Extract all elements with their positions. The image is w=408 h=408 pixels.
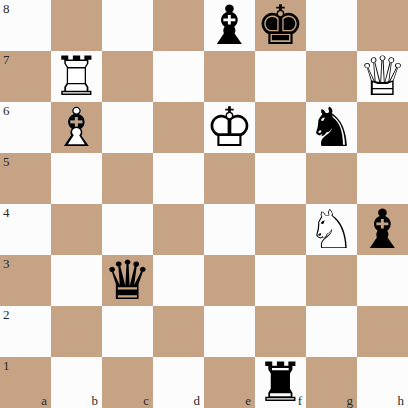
rank-label-4: 4 bbox=[3, 206, 10, 219]
square-c1[interactable]: c bbox=[102, 357, 153, 408]
piece-black-queen[interactable]: ♛ bbox=[102, 255, 153, 306]
square-a8[interactable]: 8 bbox=[0, 0, 51, 51]
square-g7[interactable] bbox=[306, 51, 357, 102]
file-label-b: b bbox=[92, 394, 99, 407]
square-c8[interactable] bbox=[102, 0, 153, 51]
square-a5[interactable]: 5 bbox=[0, 153, 51, 204]
piece-black-knight[interactable]: ♞ bbox=[306, 102, 357, 153]
piece-outline-layer: ♕ bbox=[357, 51, 408, 102]
square-g6[interactable]: ♞ bbox=[306, 102, 357, 153]
square-f8[interactable]: ♚ bbox=[255, 0, 306, 51]
square-f3[interactable] bbox=[255, 255, 306, 306]
piece-fill-layer: ♛ bbox=[102, 255, 153, 306]
square-c6[interactable] bbox=[102, 102, 153, 153]
square-g4[interactable]: ♞♘ bbox=[306, 204, 357, 255]
piece-fill-layer: ♞ bbox=[306, 102, 357, 153]
rank-label-3: 3 bbox=[3, 257, 10, 270]
square-h8[interactable] bbox=[357, 0, 408, 51]
square-g2[interactable] bbox=[306, 306, 357, 357]
piece-outline-layer: ♔ bbox=[204, 102, 255, 153]
square-g5[interactable] bbox=[306, 153, 357, 204]
square-d2[interactable] bbox=[153, 306, 204, 357]
square-a2[interactable]: 2 bbox=[0, 306, 51, 357]
square-g3[interactable] bbox=[306, 255, 357, 306]
rank-label-2: 2 bbox=[3, 308, 10, 321]
square-d7[interactable] bbox=[153, 51, 204, 102]
square-b1[interactable]: b bbox=[51, 357, 102, 408]
piece-black-king[interactable]: ♚ bbox=[255, 0, 306, 51]
file-label-h: h bbox=[398, 394, 405, 407]
square-b3[interactable] bbox=[51, 255, 102, 306]
square-f5[interactable] bbox=[255, 153, 306, 204]
piece-fill-layer: ♝ bbox=[357, 204, 408, 255]
file-label-a: a bbox=[41, 394, 47, 407]
square-e3[interactable] bbox=[204, 255, 255, 306]
file-label-e: e bbox=[245, 394, 251, 407]
square-d5[interactable] bbox=[153, 153, 204, 204]
piece-white-bishop[interactable]: ♝♗ bbox=[51, 102, 102, 153]
square-e5[interactable] bbox=[204, 153, 255, 204]
square-c7[interactable] bbox=[102, 51, 153, 102]
rank-label-1: 1 bbox=[3, 359, 10, 372]
square-a3[interactable]: 3 bbox=[0, 255, 51, 306]
piece-outline-layer: ♘ bbox=[306, 204, 357, 255]
file-label-c: c bbox=[143, 394, 149, 407]
square-g8[interactable] bbox=[306, 0, 357, 51]
square-e4[interactable] bbox=[204, 204, 255, 255]
square-d3[interactable] bbox=[153, 255, 204, 306]
square-c5[interactable] bbox=[102, 153, 153, 204]
piece-fill-layer: ♝ bbox=[204, 0, 255, 51]
square-f1[interactable]: f♜ bbox=[255, 357, 306, 408]
square-h4[interactable]: ♝ bbox=[357, 204, 408, 255]
square-f6[interactable] bbox=[255, 102, 306, 153]
file-label-g: g bbox=[347, 394, 354, 407]
square-a4[interactable]: 4 bbox=[0, 204, 51, 255]
piece-black-bishop[interactable]: ♝ bbox=[204, 0, 255, 51]
square-h7[interactable]: ♛♕ bbox=[357, 51, 408, 102]
piece-fill-layer: ♚ bbox=[255, 0, 306, 51]
square-h6[interactable] bbox=[357, 102, 408, 153]
chess-board-wrap: 8♝♚7♜♖♛♕6♝♗♚♔♞54♞♘♝3♛21abcdef♜gh bbox=[0, 0, 408, 408]
rank-label-6: 6 bbox=[3, 104, 10, 117]
file-label-f: f bbox=[298, 394, 302, 407]
piece-white-rook[interactable]: ♜♖ bbox=[51, 51, 102, 102]
square-b5[interactable] bbox=[51, 153, 102, 204]
rank-label-8: 8 bbox=[3, 2, 10, 15]
square-h3[interactable] bbox=[357, 255, 408, 306]
rank-label-5: 5 bbox=[3, 155, 10, 168]
square-e6[interactable]: ♚♔ bbox=[204, 102, 255, 153]
piece-outline-layer: ♗ bbox=[51, 102, 102, 153]
piece-white-knight[interactable]: ♞♘ bbox=[306, 204, 357, 255]
square-a1[interactable]: 1a bbox=[0, 357, 51, 408]
chess-board: 8♝♚7♜♖♛♕6♝♗♚♔♞54♞♘♝3♛21abcdef♜gh bbox=[0, 0, 408, 408]
square-f4[interactable] bbox=[255, 204, 306, 255]
square-b8[interactable] bbox=[51, 0, 102, 51]
square-d6[interactable] bbox=[153, 102, 204, 153]
square-b7[interactable]: ♜♖ bbox=[51, 51, 102, 102]
file-label-d: d bbox=[194, 394, 201, 407]
square-d8[interactable] bbox=[153, 0, 204, 51]
piece-outline-layer: ♖ bbox=[51, 51, 102, 102]
square-h2[interactable] bbox=[357, 306, 408, 357]
square-e7[interactable] bbox=[204, 51, 255, 102]
square-a7[interactable]: 7 bbox=[0, 51, 51, 102]
rank-label-7: 7 bbox=[3, 53, 10, 66]
square-c2[interactable] bbox=[102, 306, 153, 357]
square-b4[interactable] bbox=[51, 204, 102, 255]
square-g1[interactable]: g bbox=[306, 357, 357, 408]
square-e2[interactable] bbox=[204, 306, 255, 357]
square-c3[interactable]: ♛ bbox=[102, 255, 153, 306]
square-a6[interactable]: 6 bbox=[0, 102, 51, 153]
square-b6[interactable]: ♝♗ bbox=[51, 102, 102, 153]
piece-black-bishop[interactable]: ♝ bbox=[357, 204, 408, 255]
square-e1[interactable]: e bbox=[204, 357, 255, 408]
square-f2[interactable] bbox=[255, 306, 306, 357]
square-c4[interactable] bbox=[102, 204, 153, 255]
square-h5[interactable] bbox=[357, 153, 408, 204]
square-d4[interactable] bbox=[153, 204, 204, 255]
piece-white-king[interactable]: ♚♔ bbox=[204, 102, 255, 153]
square-e8[interactable]: ♝ bbox=[204, 0, 255, 51]
square-d1[interactable]: d bbox=[153, 357, 204, 408]
square-h1[interactable]: h bbox=[357, 357, 408, 408]
piece-white-queen[interactable]: ♛♕ bbox=[357, 51, 408, 102]
square-f7[interactable] bbox=[255, 51, 306, 102]
square-b2[interactable] bbox=[51, 306, 102, 357]
